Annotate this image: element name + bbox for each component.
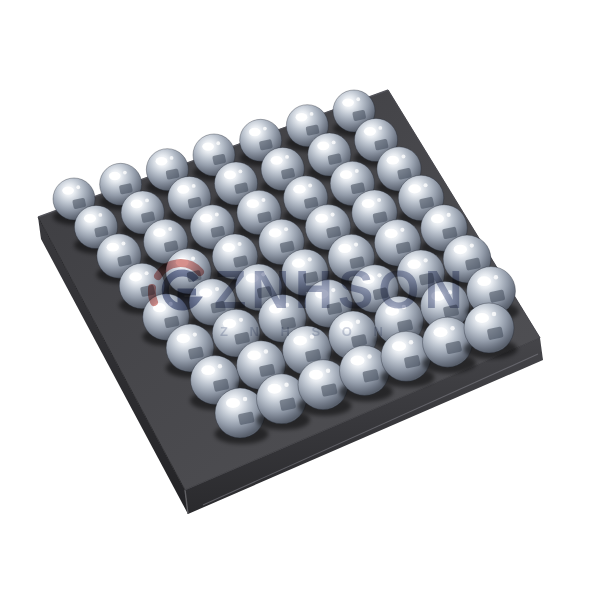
ball-highlight [454,245,467,255]
ball-glint [263,127,267,131]
ball-highlight [129,272,142,281]
ball-highlight [222,243,235,252]
ball-glint [261,198,265,202]
ball-glint [326,368,331,373]
ball-glint [310,112,314,116]
ball-glint [356,97,360,101]
ball-glint [216,141,220,145]
ball-highlight [351,356,365,366]
ball-highlight [269,304,282,314]
ball-highlight [407,259,420,269]
ball-highlight [176,258,189,267]
ball-highlight [84,214,96,223]
ball-glint [284,383,289,388]
ball-highlight [131,200,143,209]
ball-highlight [296,113,308,121]
ball-highlight [62,186,74,194]
ball-glint [264,349,268,353]
ball-highlight [408,184,421,193]
ball-highlight [249,128,261,136]
ball-highlight [477,276,491,286]
ball-highlight [338,244,351,253]
ball-glint [218,364,222,368]
ball-glint [239,318,243,322]
ball-glint [191,257,195,261]
ball-glint [261,272,265,276]
ball-glint [492,312,497,317]
ball-highlight [339,321,353,331]
ball-highlight [315,289,328,299]
ball-highlight [317,142,329,151]
ball-glint [193,332,197,336]
ball-glint [238,169,242,173]
ball-glint [400,228,404,232]
ball-highlight [269,228,282,237]
ball-highlight [385,229,398,238]
ball-highlight [362,199,375,208]
ball-glint [170,156,174,160]
ball-highlight [361,274,374,284]
ball-glint [285,155,289,159]
ball-glint [401,155,405,159]
ball-highlight [177,185,189,194]
ball-glint [238,242,242,246]
ball-highlight [153,228,165,237]
ball-glint [168,227,172,231]
ball-highlight [387,156,399,165]
bga-chip-photo [0,0,600,600]
ball-glint [284,227,288,231]
ball-glint [409,340,414,345]
ball-glint [145,271,149,275]
ball-highlight [201,365,215,375]
ball-glint [367,354,372,359]
ball-glint [354,243,358,247]
ball-glint [447,213,451,217]
ball-highlight [309,370,323,380]
ball-highlight [223,319,236,329]
ball-highlight [271,156,283,165]
photo-stage: ZNHSON Z N H S O N [0,0,600,600]
ball-glint [76,185,80,189]
ball-glint [331,213,335,217]
ball-highlight [293,336,307,346]
ball-highlight [475,313,489,323]
ball-glint [331,288,335,292]
ball-glint [448,290,452,294]
ball-highlight [202,142,214,150]
ball-glint [470,243,474,247]
ball-highlight [293,185,305,194]
ball-highlight [153,303,166,312]
ball-glint [285,303,289,307]
ball-highlight [199,288,212,297]
ball-glint [145,198,149,202]
ball-glint [192,184,196,188]
ball-glint [98,213,102,217]
ball-glint [423,258,427,262]
ball-highlight [109,172,121,180]
ball-highlight [431,291,445,301]
ball-highlight [156,157,168,165]
ball-glint [123,171,127,175]
ball-highlight [246,273,259,282]
ball-highlight [226,398,240,408]
ball-highlight [107,243,119,252]
ball-glint [424,183,428,187]
ball-glint [308,257,312,261]
ball-glint [243,397,248,402]
ball-glint [377,273,381,277]
ball-highlight [247,350,261,360]
ball-glint [450,326,455,331]
ball-glint [355,169,359,173]
ball-highlight [434,327,448,337]
ball-highlight [392,341,406,351]
ball-highlight [268,384,282,394]
ball-glint [215,213,219,217]
ball-highlight [224,171,236,180]
ball-highlight [200,214,212,223]
ball-glint [332,140,336,144]
ball-glint [494,275,498,279]
ball-highlight [292,259,305,268]
ball-highlight [247,199,259,208]
ball-highlight [342,98,354,106]
ball-glint [308,184,312,188]
ball-glint [121,242,125,246]
ball-glint [402,305,406,309]
ball-glint [377,198,381,202]
ball-highlight [177,334,190,344]
ball-glint [215,287,219,291]
ball-highlight [364,127,376,136]
ball-highlight [385,306,399,316]
ball-highlight [315,214,328,223]
ball-highlight [431,214,444,223]
ball-glint [378,126,382,130]
ball-glint [356,320,360,324]
ball-glint [310,334,314,338]
ball-glint [169,302,173,306]
solder-ball [464,303,514,353]
ball-highlight [340,170,352,179]
